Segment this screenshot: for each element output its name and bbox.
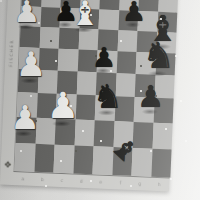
piece-white-pawn-c4: ♟ xyxy=(47,88,79,124)
piece-black-pawn-g8: ♟ xyxy=(122,0,146,25)
piece-white-pawn-a8: ♟ xyxy=(14,0,41,27)
dust-speckles-overlay xyxy=(0,0,2,2)
pieces-layer: ♟♟♝♟♝♞♟♟♞♟♟♟♝ xyxy=(0,0,200,200)
piece-black-pawn-g4: ♟ xyxy=(138,82,165,112)
piece-black-knight-e4: ♞ xyxy=(93,80,123,113)
piece-white-bishop-d8: ♝ xyxy=(70,0,100,30)
photo-canvas: FISCHER ❖ abcdefgh ♟♟♝♟♝♞♟♟♞♟♟♟♝ xyxy=(0,0,200,200)
piece-white-pawn-a5: ♟ xyxy=(16,47,46,81)
piece-black-bishop-f3-fallen: ♝ xyxy=(106,131,145,170)
piece-white-pawn-a3: ♟ xyxy=(10,101,40,134)
piece-black-pawn-e6: ♟ xyxy=(92,44,116,71)
piece-black-knight-h6: ♞ xyxy=(143,38,175,74)
